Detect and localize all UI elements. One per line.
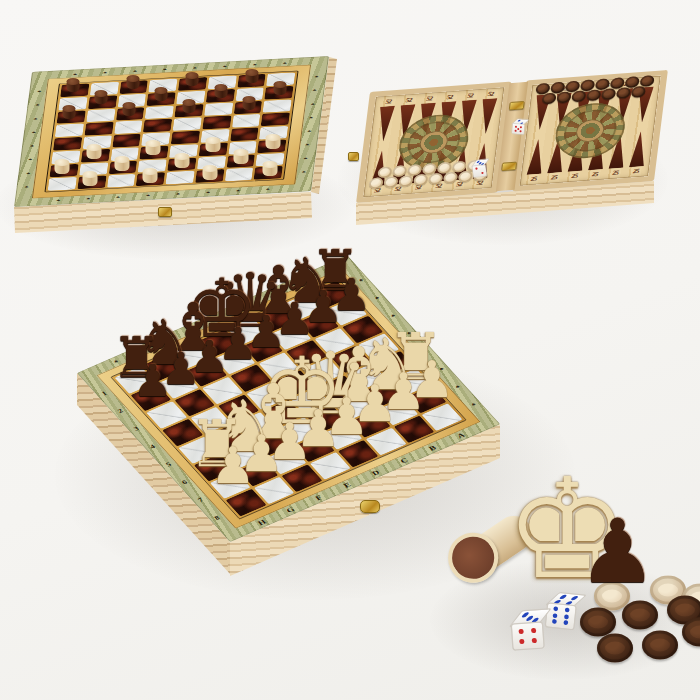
checkers-square-r2c7 [235, 87, 264, 101]
light-backgammon-checker [368, 177, 383, 189]
checkers-square-r4c3 [114, 120, 143, 134]
checkers-square-r8c1 [48, 177, 77, 191]
checkers-square-r1c6 [207, 75, 236, 89]
checkers-edge-mark: ♠ [27, 158, 33, 161]
checkers-square-r4c2 [84, 122, 113, 136]
checkers-edge-mark: ♠ [310, 102, 316, 105]
dark-backgammon-checker [541, 92, 556, 104]
checkers-square-r6c6 [198, 142, 227, 156]
chess-clasp [360, 500, 380, 513]
checkers-square-r3c4 [145, 105, 174, 119]
checkers-edge-mark: ♠ [312, 88, 318, 91]
checkers-edge-mark: ♠ [132, 69, 138, 72]
checkers-square-r7c3 [108, 160, 137, 174]
checkers-square-r2c5 [176, 90, 205, 104]
checkers-square-r8c5 [165, 171, 194, 185]
checkers-square-r5c4 [141, 132, 170, 146]
checkers-square-r3c8 [263, 99, 292, 113]
checkers-edge-mark: ♠ [36, 90, 42, 93]
backgammon-point [374, 105, 397, 142]
checkers-square-r5c7 [230, 127, 259, 141]
backgammon-point-ornament: 25 [633, 168, 639, 175]
light-backgammon-checker [458, 170, 473, 182]
checkers-square-r5c3 [112, 134, 141, 148]
dark-backgammon-checker [601, 88, 616, 100]
checkers-square-r6c7 [228, 141, 257, 155]
checkers-edge-mark: ♠ [314, 75, 320, 78]
checkers-square-r2c1 [58, 97, 87, 111]
backgammon-point [627, 131, 650, 168]
backgammon-board: 525252525252525252525252 252525252525252… [356, 70, 668, 203]
checkers-edge-mark: ♠ [24, 185, 30, 188]
checkers-square-r2c8 [264, 86, 293, 100]
checkers-square-r4c1 [55, 123, 84, 137]
checkers-square-r1c4 [148, 79, 177, 93]
backgammon-latch [348, 152, 359, 161]
backgammon-point-ornament: 25 [612, 169, 618, 176]
loose-dark-pawn: ♟ [578, 512, 657, 591]
checkers-edge-mark: ♠ [306, 129, 312, 132]
backgammon-point-ornament: 52 [487, 91, 493, 98]
checkers-edge-mark: ♠ [145, 194, 151, 197]
backgammon-point-ornament: 25 [571, 172, 577, 179]
checkers-square-r6c5 [169, 144, 198, 158]
checkers-square-r8c8 [254, 166, 283, 180]
checkers-square-r2c3 [117, 93, 146, 107]
backgammon-right-tray: 252525252525252525252525 [512, 70, 667, 191]
checkers-square-r3c1 [57, 110, 86, 124]
checkers-edge-mark: ♠ [205, 190, 211, 193]
checkers-square-r4c7 [231, 114, 260, 128]
checkers-edge-mark: ♠ [304, 143, 310, 146]
checkers-square-r8c3 [107, 174, 136, 188]
backgammon-point-ornament: 52 [426, 95, 432, 102]
checkers-edge-mark: ♠ [72, 72, 78, 75]
light-backgammon-checker [413, 174, 428, 186]
checkers-square-r1c2 [90, 82, 119, 96]
light-backgammon-checker [398, 175, 413, 187]
checkers-square-r3c3 [115, 107, 144, 121]
checkers-edge-mark: ♠ [222, 64, 228, 67]
checkers-square-r7c2 [79, 162, 108, 176]
checkers-square-r7c6 [197, 156, 226, 170]
checkers-edge-mark: ♠ [115, 195, 121, 198]
checkers-square-r6c8 [257, 139, 286, 153]
checkers-edge-mark: ♠ [175, 192, 181, 195]
checkers-square-r6c4 [140, 145, 169, 159]
checkers-square-r1c1 [60, 83, 89, 97]
checkers-square-r6c1 [51, 150, 80, 164]
checkers-square-r5c1 [53, 137, 82, 151]
checkers-square-r5c5 [171, 130, 200, 144]
backgammon-point [525, 138, 548, 175]
backgammon-point-ornament: 25 [551, 174, 557, 181]
checkers-square-r8c7 [224, 167, 253, 181]
checkers-edge-mark: ♠ [25, 171, 31, 174]
dark-backgammon-checker [639, 75, 654, 87]
backgammon-point-ornament: 52 [385, 98, 391, 105]
light-backgammon-checker [473, 169, 488, 181]
backgammon-point-ornament: 25 [592, 171, 598, 178]
checkers-square-r1c5 [178, 77, 207, 91]
checkers-square-r7c4 [138, 159, 167, 173]
checkers-edge-mark: ♠ [308, 116, 314, 119]
checkers-edge-mark: ♠ [55, 198, 61, 201]
checkers-square-r6c3 [110, 147, 139, 161]
backgammon-point-ornament: 52 [467, 92, 473, 99]
checkers-square-r3c6 [204, 102, 233, 116]
checkers-square-r3c5 [174, 104, 203, 118]
backgammon-point [476, 98, 499, 135]
checkers-edge-mark: ♠ [192, 66, 198, 69]
checkers-square-r8c4 [136, 172, 165, 186]
backgammon-point-ornament: 25 [530, 175, 536, 182]
checkers-square-r2c2 [88, 95, 117, 109]
checkers-square-r7c7 [226, 154, 255, 168]
checkers-square-r8c6 [195, 169, 224, 183]
checkers-edge-mark: ♠ [162, 68, 168, 71]
checkers-edge-mark: ♠ [282, 61, 288, 64]
backgammon-point-ornament: 52 [394, 185, 400, 192]
checkers-square-r6c2 [81, 149, 110, 163]
backgammon-left-tray: 525252525252525252525252 [356, 82, 511, 203]
checkers-square-r5c2 [82, 135, 111, 149]
checkers-edge-mark: ♠ [35, 103, 41, 106]
checkers-square-r1c8 [266, 72, 295, 86]
checkers-edge-mark: ♠ [29, 144, 35, 147]
checkers-square-r4c8 [261, 112, 290, 126]
checkers-square-r7c5 [167, 157, 196, 171]
checkers-edge-mark: ♠ [33, 117, 39, 120]
checkers-board: ♠♠♠♠♠♠♠♠♠♠♠♠♠♠♠♠♠♠♠♠♠♠♠♠♠♠♠♠♠♠♠♠ [14, 56, 329, 207]
checkers-clasp [158, 207, 172, 217]
checkers-edge-mark: ♠ [235, 189, 241, 192]
backgammon-point-ornament: 52 [405, 97, 411, 104]
checkers-square-r5c8 [259, 126, 288, 140]
checkers-square-r4c4 [143, 119, 172, 133]
checkers-square-r8c2 [77, 175, 106, 189]
checkers-square-r7c1 [49, 164, 78, 178]
checkers-square-r2c4 [147, 92, 176, 106]
checkers-edge-mark: ♠ [303, 156, 309, 159]
checkers-square-r7c8 [256, 153, 285, 167]
backgammon-point-ornament: 52 [446, 94, 452, 101]
checkers-square-r3c2 [86, 108, 115, 122]
backgammon-hinge-1 [509, 101, 525, 110]
product-photo-stage: ♠♠♠♠♠♠♠♠♠♠♠♠♠♠♠♠♠♠♠♠♠♠♠♠♠♠♠♠♠♠♠♠ 5252525… [0, 0, 700, 700]
checkers-edge-mark: ♠ [265, 187, 271, 190]
checkers-squares-grid [44, 71, 298, 193]
checkers-square-r1c3 [119, 80, 148, 94]
checkers-square-r3c7 [233, 101, 262, 115]
checkers-square-r4c6 [202, 116, 231, 130]
backgammon-hinge-2 [501, 162, 517, 171]
checkers-edge-mark: ♠ [252, 63, 258, 66]
checkers-square-r1c7 [237, 74, 266, 88]
checkers-square-r5c6 [200, 129, 229, 143]
checkers-square-r4c5 [173, 117, 202, 131]
checkers-edge-mark: ♠ [85, 197, 91, 200]
checkers-edge-mark: ♠ [102, 71, 108, 74]
checkers-edge-mark: ♠ [31, 130, 37, 133]
checkers-edge-mark: ♠ [301, 170, 307, 173]
dark-backgammon-checker [556, 91, 571, 103]
checkers-square-r2c6 [206, 89, 235, 103]
